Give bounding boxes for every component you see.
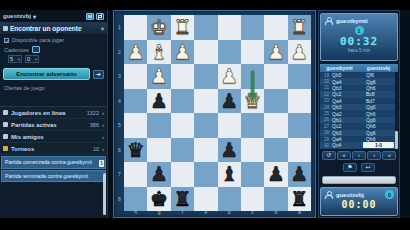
square-h8[interactable] (124, 187, 147, 212)
opponent-score-badge: 1 (355, 26, 364, 35)
user-card: guestxvbj 0 00:00 (320, 187, 398, 216)
move-number: 25 (320, 111, 330, 116)
square-b8[interactable] (264, 187, 287, 212)
white-move[interactable]: Qb1 (330, 117, 364, 123)
sidebar-nav: Jugadores en línea 1322 › Partidas activ… (0, 106, 107, 155)
square-d4[interactable]: ♟ (218, 89, 241, 114)
move-first-button[interactable]: « (337, 151, 351, 160)
sidebar-notifications: Partida comenzada contra guestkymti×1Par… (0, 156, 107, 182)
move-row: 22 Qc2 Bc8 (320, 91, 398, 97)
move-number: 20 (320, 79, 330, 84)
square-a6[interactable] (288, 138, 311, 163)
move-list-scrollbar[interactable] (395, 72, 398, 149)
square-d3[interactable]: ♟ (218, 64, 241, 89)
rematch-icon[interactable]: ↩ (361, 163, 375, 172)
black-move[interactable]: Qf6 (364, 72, 398, 78)
black-rook-a8[interactable]: ♜ (290, 189, 308, 209)
move-row: 27 Qc2 Qh6 (320, 123, 398, 129)
nav-label: Partidas activas (11, 122, 57, 128)
square-f7[interactable] (171, 162, 194, 187)
white-rook-f1[interactable]: ♜ (173, 17, 191, 37)
black-bishop-d7[interactable]: ♝ (220, 164, 238, 184)
square-c6[interactable] (241, 138, 264, 163)
move-number: 28 (320, 130, 330, 135)
replay-first-button[interactable]: ↺ (322, 151, 336, 160)
black-pawn-g4[interactable]: ♟ (150, 91, 168, 111)
square-g8[interactable]: ♚ (147, 187, 170, 212)
move-number: 27 (320, 124, 330, 129)
game-time-caption: hace 5 min (321, 48, 397, 55)
avatar (324, 16, 333, 25)
white-pawn-d3[interactable]: ♟ (220, 66, 238, 86)
chevron-down-icon: ▾ (33, 13, 36, 20)
square-g2[interactable]: ♝ (147, 40, 170, 65)
black-king-g8[interactable]: ♚ (150, 189, 168, 209)
move-number: 24 (320, 105, 330, 110)
nav-count: 10 (93, 146, 99, 152)
user-player-name: guestxvbj (336, 192, 364, 198)
square-f8[interactable]: ♜ (171, 187, 194, 212)
square-f2[interactable]: ♟ (171, 40, 194, 65)
opponent-name: guestkymti (336, 18, 368, 24)
square-g6[interactable] (147, 138, 170, 163)
black-move[interactable]: Qg6 (364, 130, 398, 136)
square-d8[interactable] (218, 187, 241, 212)
move-row: 26 Qb1 Qg6 (320, 117, 398, 123)
white-move[interactable]: Qa4 (330, 79, 364, 85)
opponent-clock: 00:32 (321, 35, 397, 48)
chevron-right-icon: › (102, 146, 104, 152)
black-move[interactable]: Qg6 (364, 104, 398, 110)
cadences-label: Cadences (4, 47, 29, 53)
game-result[interactable]: 1-0 (363, 142, 394, 148)
game-notification[interactable]: Partida terminada contra guestkymti (1, 170, 106, 183)
chevron-right-icon: › (102, 134, 104, 140)
move-number: 26 (320, 117, 330, 122)
fullscreen-icon[interactable] (96, 13, 104, 20)
square-d1[interactable] (218, 15, 241, 40)
nav-count: 386 (90, 122, 99, 128)
notification-text: Partida comenzada contra guestkymti (5, 159, 92, 165)
square-d6[interactable]: ♟ (218, 138, 241, 163)
move-row: 21 Qb3 Qh6 (320, 85, 398, 91)
square-e3[interactable] (194, 64, 217, 89)
rank-coordinates: 12345678 (115, 15, 124, 211)
sidebar-header: guestxvbj ▾ (0, 10, 107, 23)
white-move[interactable]: Qc4 (330, 142, 363, 148)
white-pawn-b2[interactable]: ♟ (267, 42, 285, 62)
nav-label: Torneos (11, 146, 34, 152)
game-panel: guestkymti 1 00:32 hace 5 min guestkymti… (318, 10, 400, 218)
list-icon (3, 122, 8, 127)
white-move[interactable]: Qa4 (330, 98, 364, 104)
sidebar-item-active-games[interactable]: Partidas activas 386 › (0, 119, 107, 131)
move-last-button[interactable]: » (382, 151, 396, 160)
game-actions: ⚑↩ (322, 163, 396, 172)
black-move[interactable]: Bd7 (364, 98, 398, 104)
square-b3[interactable] (264, 64, 287, 89)
square-h3[interactable] (124, 64, 147, 89)
move-row: 28 Qb3 Qg6 (320, 130, 398, 136)
square-e1[interactable] (194, 15, 217, 40)
notification-badge: 1 (99, 160, 104, 166)
chevron-down-icon: ▾ (101, 25, 104, 32)
increment-value: 0 (27, 56, 30, 62)
black-player-header: guestxvbj (359, 64, 398, 72)
black-pawn-b7[interactable]: ♟ (267, 164, 285, 184)
white-rook-a1[interactable]: ♜ (290, 17, 308, 37)
black-pawn-a7[interactable]: ♟ (290, 164, 308, 184)
move-row: 29 Qa4 Qh6 (320, 136, 398, 142)
move-row: 19 Qb5 Qf6 (320, 72, 398, 78)
square-c1[interactable] (241, 15, 264, 40)
move-row: 30 Qc4 1-0 (320, 142, 398, 148)
square-g1[interactable]: ♚ (147, 15, 170, 40)
square-c5[interactable] (241, 113, 264, 138)
move-row: 20 Qa4 Qg6 (320, 78, 398, 84)
seek-opponent-button[interactable]: Encontrar adversario (3, 68, 90, 80)
white-king-g1[interactable]: ♚ (150, 17, 168, 37)
nav-label: Jugadores en línea (11, 110, 65, 116)
tv-icon[interactable] (86, 13, 94, 20)
sidebar-item-online-players[interactable]: Jugadores en línea 1322 › (0, 107, 107, 119)
chevron-right-icon: › (102, 110, 104, 116)
white-move[interactable]: Qa2 (330, 111, 364, 117)
avatar (324, 190, 333, 199)
square-c2[interactable] (241, 40, 264, 65)
increment-select[interactable]: 0 ▾ (25, 55, 39, 63)
square-h2[interactable]: ♟ (124, 40, 147, 65)
square-c3[interactable] (241, 64, 264, 89)
square-g3[interactable]: ♟ (147, 64, 170, 89)
sidebar-scrollbar[interactable] (103, 173, 106, 215)
sidebar-item-friends[interactable]: Mis amigos › (0, 131, 107, 143)
chevron-down-icon: ▾ (35, 57, 37, 62)
square-e5[interactable] (194, 113, 217, 138)
square-f6[interactable] (171, 138, 194, 163)
square-b7[interactable]: ♟ (264, 162, 287, 187)
square-d7[interactable]: ♝ (218, 162, 241, 187)
square-h1[interactable] (124, 15, 147, 40)
square-a8[interactable]: ♜ (288, 187, 311, 212)
square-b5[interactable] (264, 113, 287, 138)
list-icon (3, 110, 8, 115)
black-pawn-d4[interactable]: ♟ (220, 91, 238, 111)
nav-label: Mis amigos (11, 134, 44, 140)
chess-board-frame: 12345678 hgfedcba ♚♜♜♟♝♟♟♟♟♟♟♟♛♛♟♟♝♟♟♚♜♜ (113, 10, 316, 218)
square-e6[interactable] (194, 138, 217, 163)
sidebar-item-tournaments[interactable]: Torneos 10 › (0, 143, 107, 155)
square-c7[interactable] (241, 162, 264, 187)
square-h4[interactable] (124, 89, 147, 114)
square-b6[interactable] (264, 138, 287, 163)
available-label: Disponible para jugar (12, 37, 64, 43)
user-name: guestxvbj (3, 13, 31, 19)
available-checkbox[interactable]: ✓ (4, 38, 9, 43)
square-b2[interactable]: ♟ (264, 40, 287, 65)
square-f5[interactable] (171, 113, 194, 138)
move-list: guestkymti guestxvbj 19 Qb5 Qf620 Qa4 Qg… (320, 64, 398, 149)
black-move[interactable]: Qh6 (364, 85, 398, 91)
user-menu[interactable]: guestxvbj ▾ (3, 13, 84, 20)
square-c4[interactable]: ♛ (241, 89, 264, 114)
move-number: 22 (320, 92, 330, 97)
black-move[interactable]: Qg6 (364, 117, 398, 123)
chevron-down-icon: ▾ (18, 57, 20, 62)
square-b1[interactable] (264, 15, 287, 40)
white-move[interactable]: Qa4 (330, 136, 364, 142)
black-move[interactable]: Qh6 (364, 136, 398, 142)
square-a3[interactable] (288, 64, 311, 89)
flag-icon[interactable]: ⚑ (343, 163, 357, 172)
chess-board: ♚♜♜♟♝♟♟♟♟♟♟♟♛♛♟♟♝♟♟♚♜♜ (124, 15, 311, 211)
square-a4[interactable] (288, 89, 311, 114)
section-icon (3, 26, 8, 31)
list-icon (3, 146, 8, 151)
square-f1[interactable]: ♜ (171, 15, 194, 40)
chevron-right-icon: › (102, 122, 104, 128)
white-move[interactable]: Qc2 (330, 91, 364, 97)
black-pawn-g7[interactable]: ♟ (150, 164, 168, 184)
move-list-header: guestkymti guestxvbj (320, 64, 398, 72)
move-next-button[interactable]: › (367, 151, 381, 160)
move-prev-button[interactable]: ‹ (352, 151, 366, 160)
minutes-select[interactable]: 5 ▾ (8, 55, 22, 63)
black-move[interactable]: Bc8 (364, 91, 398, 97)
move-row: 23 Qa4 Bd7 (320, 98, 398, 104)
white-pawn-g3[interactable]: ♟ (150, 66, 168, 86)
move-number: 19 (320, 73, 330, 78)
find-opponent-title: Encontrar un oponente (10, 25, 82, 32)
square-d2[interactable] (218, 40, 241, 65)
black-rook-f8[interactable]: ♜ (173, 189, 191, 209)
square-f3[interactable] (171, 64, 194, 89)
square-a5[interactable] (288, 113, 311, 138)
find-opponent-section[interactable]: Encontrar un oponente ▾ (0, 23, 107, 35)
black-move[interactable]: Qh6 (364, 111, 398, 117)
move-row: 24 Qb3 Qg6 (320, 104, 398, 110)
white-bishop-g2[interactable]: ♝ (150, 42, 168, 62)
white-move[interactable]: Qb5 (330, 72, 364, 78)
clock-settings-icon[interactable] (32, 46, 40, 53)
opponent-card: guestkymti 1 00:32 hace 5 min (320, 13, 398, 61)
black-move[interactable]: Qh6 (364, 123, 398, 129)
sidebar: guestxvbj ▾ Encontrar un oponente ▾ ✓ Di… (0, 10, 108, 218)
game-notification[interactable]: Partida comenzada contra guestkymti×1 (1, 156, 106, 169)
white-pawn-h2[interactable]: ♟ (127, 42, 145, 62)
white-move[interactable]: Qb3 (330, 130, 364, 136)
square-a2[interactable]: ♟ (288, 40, 311, 65)
square-e7[interactable] (194, 162, 217, 187)
scrollbar-thumb[interactable] (395, 131, 398, 149)
square-f4[interactable] (171, 89, 194, 114)
square-e4[interactable] (194, 89, 217, 114)
white-player-header: guestkymti (320, 64, 359, 72)
nav-count: 1322 (87, 110, 99, 116)
square-e2[interactable] (194, 40, 217, 65)
black-move[interactable]: Qg6 (364, 79, 398, 85)
move-navigation: ↺«‹›» (322, 151, 396, 160)
square-d5[interactable] (218, 113, 241, 138)
white-queen-c4[interactable]: ♛ (244, 91, 262, 111)
white-move[interactable]: Qb3 (330, 104, 364, 110)
square-g7[interactable]: ♟ (147, 162, 170, 187)
move-row: 25 Qa2 Qh6 (320, 110, 398, 116)
white-move[interactable]: Qb3 (330, 85, 364, 91)
square-g5[interactable] (147, 113, 170, 138)
cadences-row: Cadences (0, 44, 107, 54)
white-pawn-f2[interactable]: ♟ (173, 42, 191, 62)
square-b4[interactable] (264, 89, 287, 114)
white-pawn-a2[interactable]: ♟ (290, 42, 308, 62)
user-score-badge: 0 (385, 190, 394, 199)
square-e8[interactable] (194, 187, 217, 212)
square-h6[interactable]: ♛ (124, 138, 147, 163)
available-to-play-row[interactable]: ✓ Disponible para jugar (0, 35, 107, 44)
list-icon (3, 134, 8, 139)
seek-arrow-icon[interactable]: ➜ (93, 70, 104, 79)
game-offers-header: Ofertas de juego (0, 83, 107, 92)
user-clock: 00:00 (321, 199, 397, 210)
move-number: 30 (320, 143, 330, 148)
move-number: 29 (320, 137, 330, 142)
white-move[interactable]: Qc2 (330, 123, 364, 129)
square-a7[interactable]: ♟ (288, 162, 311, 187)
move-number: 21 (320, 85, 330, 90)
black-pawn-d6[interactable]: ♟ (220, 140, 238, 160)
square-h5[interactable] (124, 113, 147, 138)
chat-input[interactable] (322, 176, 396, 184)
move-number: 23 (320, 98, 330, 103)
square-c8[interactable] (241, 187, 264, 212)
square-g4[interactable]: ♟ (147, 89, 170, 114)
minutes-value: 5 (10, 56, 13, 62)
notification-text: Partida terminada contra guestkymti (5, 173, 88, 179)
square-a1[interactable]: ♜ (288, 15, 311, 40)
black-queen-h6[interactable]: ♛ (127, 140, 145, 160)
square-h7[interactable] (124, 162, 147, 187)
